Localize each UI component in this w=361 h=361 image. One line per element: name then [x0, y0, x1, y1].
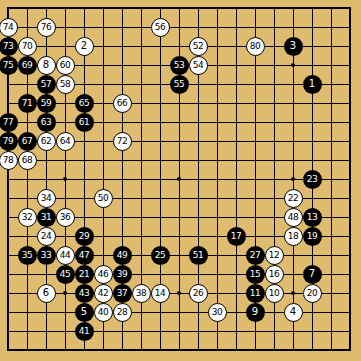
- stone-black-25[interactable]: 25: [151, 246, 170, 265]
- stone-black-39[interactable]: 39: [113, 265, 132, 284]
- stone-white-36[interactable]: 36: [56, 208, 75, 227]
- stone-black-59[interactable]: 59: [37, 94, 56, 113]
- move-number: 41: [79, 327, 89, 336]
- move-number: 64: [60, 137, 70, 146]
- stone-black-3[interactable]: 3: [284, 37, 303, 56]
- move-number: 31: [41, 213, 51, 222]
- move-number: 79: [3, 137, 13, 146]
- move-number: 32: [22, 213, 32, 222]
- move-number: 45: [60, 270, 70, 279]
- stone-black-31[interactable]: 31: [37, 208, 56, 227]
- move-number: 77: [3, 118, 13, 127]
- stone-black-53[interactable]: 53: [170, 56, 189, 75]
- move-number: 51: [193, 251, 203, 260]
- stone-black-9[interactable]: 9: [246, 303, 265, 322]
- move-number: 49: [117, 251, 127, 260]
- move-number: 63: [41, 118, 51, 127]
- stone-white-6[interactable]: 6: [37, 284, 56, 303]
- stone-white-54[interactable]: 54: [189, 56, 208, 75]
- stone-white-32[interactable]: 32: [18, 208, 37, 227]
- move-number: 56: [155, 23, 165, 32]
- move-number: 74: [3, 23, 13, 32]
- stone-white-28[interactable]: 28: [113, 303, 132, 322]
- stone-black-49[interactable]: 49: [113, 246, 132, 265]
- stone-black-73[interactable]: 73: [0, 37, 18, 56]
- move-number: 75: [3, 61, 13, 70]
- stone-black-1[interactable]: 1: [303, 75, 322, 94]
- stone-white-80[interactable]: 80: [246, 37, 265, 56]
- move-number: 17: [231, 232, 241, 241]
- stone-white-56[interactable]: 56: [151, 18, 170, 37]
- move-number: 15: [250, 270, 260, 279]
- go-board[interactable]: 1234567891011121314151617181920212223242…: [0, 0, 361, 361]
- move-number: 23: [307, 175, 317, 184]
- stone-black-71[interactable]: 71: [18, 94, 37, 113]
- move-number: 26: [193, 289, 203, 298]
- move-number: 35: [22, 251, 32, 260]
- stone-black-47[interactable]: 47: [75, 246, 94, 265]
- move-number: 18: [288, 232, 298, 241]
- stone-white-66[interactable]: 66: [113, 94, 132, 113]
- move-number: 27: [250, 251, 260, 260]
- move-number: 59: [41, 99, 51, 108]
- move-number: 7: [309, 269, 315, 279]
- stone-black-33[interactable]: 33: [37, 246, 56, 265]
- move-number: 5: [81, 307, 87, 317]
- move-number: 28: [117, 308, 127, 317]
- move-number: 66: [117, 99, 127, 108]
- stone-black-51[interactable]: 51: [189, 246, 208, 265]
- stone-black-55[interactable]: 55: [170, 75, 189, 94]
- move-number: 67: [22, 137, 32, 146]
- move-number: 76: [41, 23, 51, 32]
- stone-black-37[interactable]: 37: [113, 284, 132, 303]
- stone-white-50[interactable]: 50: [94, 189, 113, 208]
- stone-white-74[interactable]: 74: [0, 18, 18, 37]
- move-number: 44: [60, 251, 70, 260]
- move-number: 46: [98, 270, 108, 279]
- move-number: 6: [43, 288, 49, 298]
- move-number: 12: [269, 251, 279, 260]
- move-number: 69: [22, 61, 32, 70]
- stone-white-42[interactable]: 42: [94, 284, 113, 303]
- move-number: 37: [117, 289, 127, 298]
- stone-white-62[interactable]: 62: [37, 132, 56, 151]
- move-number: 2: [81, 41, 87, 51]
- move-number: 40: [98, 308, 108, 317]
- stone-white-52[interactable]: 52: [189, 37, 208, 56]
- stone-black-43[interactable]: 43: [75, 284, 94, 303]
- move-number: 13: [307, 213, 317, 222]
- move-number: 20: [307, 289, 317, 298]
- stone-white-2[interactable]: 2: [75, 37, 94, 56]
- move-number: 3: [290, 41, 296, 51]
- move-number: 39: [117, 270, 127, 279]
- move-number: 25: [155, 251, 165, 260]
- stone-white-22[interactable]: 22: [284, 189, 303, 208]
- stone-white-78[interactable]: 78: [0, 151, 18, 170]
- stone-black-63[interactable]: 63: [37, 113, 56, 132]
- move-number: 10: [269, 289, 279, 298]
- move-number: 80: [250, 42, 260, 51]
- move-number: 78: [3, 156, 13, 165]
- stone-black-61[interactable]: 61: [75, 113, 94, 132]
- stone-black-13[interactable]: 13: [303, 208, 322, 227]
- stone-white-18[interactable]: 18: [284, 227, 303, 246]
- stone-black-19[interactable]: 19: [303, 227, 322, 246]
- move-number: 72: [117, 137, 127, 146]
- move-number: 52: [193, 42, 203, 51]
- move-number: 36: [60, 213, 70, 222]
- move-number: 33: [41, 251, 51, 260]
- move-number: 62: [41, 137, 51, 146]
- stone-white-10[interactable]: 10: [265, 284, 284, 303]
- stone-white-12[interactable]: 12: [265, 246, 284, 265]
- stone-white-60[interactable]: 60: [56, 56, 75, 75]
- stone-black-29[interactable]: 29: [75, 227, 94, 246]
- move-number: 68: [22, 156, 32, 165]
- move-number: 70: [22, 42, 32, 51]
- stone-white-76[interactable]: 76: [37, 18, 56, 37]
- stone-white-48[interactable]: 48: [284, 208, 303, 227]
- move-number: 42: [98, 289, 108, 298]
- move-number: 55: [174, 80, 184, 89]
- stone-black-35[interactable]: 35: [18, 246, 37, 265]
- move-number: 54: [193, 61, 203, 70]
- stone-white-70[interactable]: 70: [18, 37, 37, 56]
- stone-black-23[interactable]: 23: [303, 170, 322, 189]
- move-number: 16: [269, 270, 279, 279]
- stone-white-38[interactable]: 38: [132, 284, 151, 303]
- move-number: 57: [41, 80, 51, 89]
- stone-black-67[interactable]: 67: [18, 132, 37, 151]
- stone-black-75[interactable]: 75: [0, 56, 18, 75]
- stones-layer: 1234567891011121314151617181920212223242…: [0, 0, 361, 361]
- move-number: 8: [43, 60, 49, 70]
- stone-black-17[interactable]: 17: [227, 227, 246, 246]
- move-number: 29: [79, 232, 89, 241]
- stone-white-46[interactable]: 46: [94, 265, 113, 284]
- move-number: 71: [22, 99, 32, 108]
- stone-white-40[interactable]: 40: [94, 303, 113, 322]
- stone-white-58[interactable]: 58: [56, 75, 75, 94]
- move-number: 1: [309, 79, 315, 89]
- stone-white-44[interactable]: 44: [56, 246, 75, 265]
- stone-black-5[interactable]: 5: [75, 303, 94, 322]
- stone-black-69[interactable]: 69: [18, 56, 37, 75]
- move-number: 43: [79, 289, 89, 298]
- move-number: 11: [250, 289, 260, 298]
- stone-white-26[interactable]: 26: [189, 284, 208, 303]
- stone-black-21[interactable]: 21: [75, 265, 94, 284]
- move-number: 24: [41, 232, 51, 241]
- move-number: 34: [41, 194, 51, 203]
- stone-black-11[interactable]: 11: [246, 284, 265, 303]
- stone-black-77[interactable]: 77: [0, 113, 18, 132]
- move-number: 58: [60, 80, 70, 89]
- stone-white-8[interactable]: 8: [37, 56, 56, 75]
- move-number: 30: [212, 308, 222, 317]
- move-number: 9: [252, 307, 258, 317]
- move-number: 73: [3, 42, 13, 51]
- stone-white-4[interactable]: 4: [284, 303, 303, 322]
- move-number: 47: [79, 251, 89, 260]
- move-number: 48: [288, 213, 298, 222]
- stone-white-68[interactable]: 68: [18, 151, 37, 170]
- stone-white-20[interactable]: 20: [303, 284, 322, 303]
- move-number: 19: [307, 232, 317, 241]
- stone-black-7[interactable]: 7: [303, 265, 322, 284]
- stone-black-57[interactable]: 57: [37, 75, 56, 94]
- stone-white-14[interactable]: 14: [151, 284, 170, 303]
- stone-white-64[interactable]: 64: [56, 132, 75, 151]
- stone-black-27[interactable]: 27: [246, 246, 265, 265]
- stone-white-34[interactable]: 34: [37, 189, 56, 208]
- stone-black-45[interactable]: 45: [56, 265, 75, 284]
- move-number: 65: [79, 99, 89, 108]
- move-number: 21: [79, 270, 89, 279]
- move-number: 4: [290, 307, 296, 317]
- stone-black-65[interactable]: 65: [75, 94, 94, 113]
- stone-white-30[interactable]: 30: [208, 303, 227, 322]
- move-number: 60: [60, 61, 70, 70]
- move-number: 14: [155, 289, 165, 298]
- move-number: 38: [136, 289, 146, 298]
- move-number: 22: [288, 194, 298, 203]
- stone-white-24[interactable]: 24: [37, 227, 56, 246]
- move-number: 50: [98, 194, 108, 203]
- stone-black-15[interactable]: 15: [246, 265, 265, 284]
- stone-black-41[interactable]: 41: [75, 322, 94, 341]
- stone-white-16[interactable]: 16: [265, 265, 284, 284]
- move-number: 53: [174, 61, 184, 70]
- stone-white-72[interactable]: 72: [113, 132, 132, 151]
- move-number: 61: [79, 118, 89, 127]
- stone-black-79[interactable]: 79: [0, 132, 18, 151]
